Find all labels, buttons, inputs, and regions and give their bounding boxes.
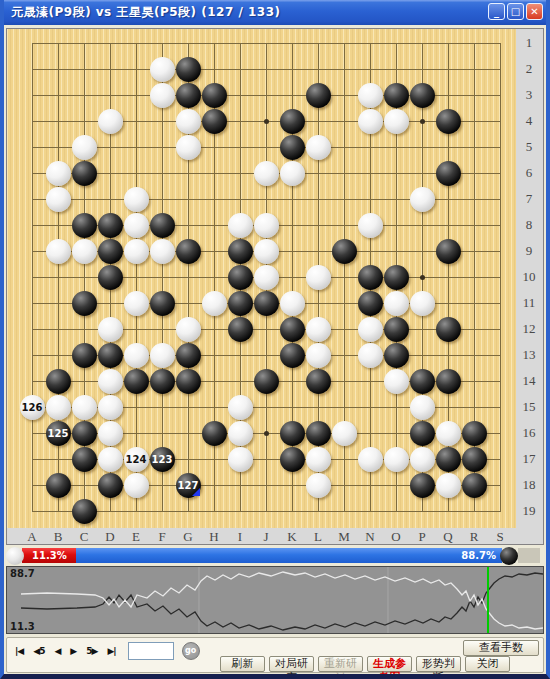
- column-label: P: [412, 529, 432, 545]
- black-stone-P18: [410, 473, 435, 498]
- black-stone-K13: [280, 343, 305, 368]
- column-label: H: [204, 529, 224, 545]
- black-stone-C16: [72, 421, 97, 446]
- winbar-tail: [518, 548, 540, 563]
- row-label: 10: [516, 269, 542, 285]
- white-stone-K11: [280, 291, 305, 316]
- black-winrate-label: 88.7%: [461, 550, 496, 561]
- close-window-button[interactable]: ✕: [526, 3, 543, 20]
- black-stone-L16: [306, 421, 331, 446]
- white-stone-B9: [46, 239, 71, 264]
- board-panel: 126125124123127 123456789101112131415161…: [6, 28, 544, 545]
- black-stone-G13: [176, 343, 201, 368]
- white-stone-C9: [72, 239, 97, 264]
- black-stone-I12: [228, 317, 253, 342]
- column-label: A: [22, 529, 42, 545]
- white-stone-E7: [124, 187, 149, 212]
- column-label: D: [100, 529, 120, 545]
- situation-judge-button[interactable]: 形势判断: [416, 656, 461, 672]
- goban[interactable]: 126125124123127: [7, 29, 516, 528]
- white-stone-B15: [46, 395, 71, 420]
- black-stone-K16: [280, 421, 305, 446]
- white-winrate-label: 11.3%: [32, 550, 67, 561]
- white-stone-H11: [202, 291, 227, 316]
- black-stone-O12: [384, 317, 409, 342]
- white-stone-O4: [384, 109, 409, 134]
- white-stone-I16: [228, 421, 253, 446]
- white-stone-O14: [384, 369, 409, 394]
- white-stone-P17: [410, 447, 435, 472]
- row-label: 5: [516, 139, 542, 155]
- white-stone-J9: [254, 239, 279, 264]
- black-stone-D9: [98, 239, 123, 264]
- row-label: 8: [516, 217, 542, 233]
- column-label: B: [48, 529, 68, 545]
- white-stone-E8: [124, 213, 149, 238]
- white-stone-D12: [98, 317, 123, 342]
- white-stone-N4: [358, 109, 383, 134]
- row-label: 16: [516, 425, 542, 441]
- black-stone-D10: [98, 265, 123, 290]
- app-window: 元晟溱(P9段) vs 王星昊(P5段) (127 / 133) _ □ ✕ 1…: [0, 0, 550, 679]
- white-stone-L5: [306, 135, 331, 160]
- white-stone-G12: [176, 317, 201, 342]
- black-stone-C11: [72, 291, 97, 316]
- white-stone-D15: [98, 395, 123, 420]
- black-stone-B14: [46, 369, 71, 394]
- white-stone-D4: [98, 109, 123, 134]
- star-point: [420, 275, 425, 280]
- column-label: J: [256, 529, 276, 545]
- row-label: 17: [516, 451, 542, 467]
- black-stone-G9: [176, 239, 201, 264]
- black-stone-P14: [410, 369, 435, 394]
- nav-back-button[interactable]: ◀: [52, 645, 62, 657]
- black-stone-B18: [46, 473, 71, 498]
- last-move-marker: [192, 488, 200, 496]
- white-stone-N17: [358, 447, 383, 472]
- grid-v-line: [500, 43, 501, 512]
- black-stone-K17: [280, 447, 305, 472]
- star-point: [264, 119, 269, 124]
- black-stone-I10: [228, 265, 253, 290]
- row-labels: 12345678910111213141516171819: [516, 29, 543, 544]
- black-stone-L14: [306, 369, 331, 394]
- white-stone-E17: 124: [124, 447, 149, 472]
- column-label: O: [386, 529, 406, 545]
- white-stone-L10: [306, 265, 331, 290]
- nav-forward5-button[interactable]: 5▶: [84, 645, 99, 657]
- white-stone-L17: [306, 447, 331, 472]
- black-stone-G3: [176, 83, 201, 108]
- row-label: 19: [516, 503, 542, 519]
- black-stone-H16: [202, 421, 227, 446]
- black-stone-Q4: [436, 109, 461, 134]
- black-stone-D8: [98, 213, 123, 238]
- black-stone-K5: [280, 135, 305, 160]
- star-point: [420, 119, 425, 124]
- window-content: 126125124123127 123456789101112131415161…: [4, 25, 546, 674]
- white-winrate-line: [21, 572, 543, 629]
- nav-back5-button[interactable]: ◀5: [31, 645, 46, 657]
- black-stone-J11: [254, 291, 279, 316]
- white-stone-A15: 126: [20, 395, 45, 420]
- white-stone-C15: [72, 395, 97, 420]
- window-title: 元晟溱(P9段) vs 王星昊(P5段) (127 / 133): [4, 4, 281, 21]
- black-stone-O10: [384, 265, 409, 290]
- black-stone-J14: [254, 369, 279, 394]
- white-stone-F9: [150, 239, 175, 264]
- graph-bottom-label: 11.3: [10, 621, 35, 632]
- row-label: 12: [516, 321, 542, 337]
- refresh-button[interactable]: 刷新: [220, 656, 265, 672]
- black-stone-C17: [72, 447, 97, 472]
- row-label: 6: [516, 165, 542, 181]
- column-label: N: [360, 529, 380, 545]
- title-bar: 元晟溱(P9段) vs 王星昊(P5段) (127 / 133) _ □ ✕: [4, 0, 546, 25]
- white-stone-I15: [228, 395, 253, 420]
- white-stone-N3: [358, 83, 383, 108]
- black-stone-P16: [410, 421, 435, 446]
- game-study-button[interactable]: 对局研究: [269, 656, 314, 672]
- black-stone-C13: [72, 343, 97, 368]
- white-stone-N12: [358, 317, 383, 342]
- black-stone-O13: [384, 343, 409, 368]
- black-stone-N10: [358, 265, 383, 290]
- winrate-graph: 88.7 11.3: [6, 566, 544, 634]
- white-stone-B6: [46, 161, 71, 186]
- white-stone-E18: [124, 473, 149, 498]
- black-stone-N11: [358, 291, 383, 316]
- white-stone-F2: [150, 57, 175, 82]
- white-stone-J10: [254, 265, 279, 290]
- black-winrate-segment: 88.7%: [76, 548, 502, 563]
- row-label: 18: [516, 477, 542, 493]
- column-label: M: [334, 529, 354, 545]
- black-stone-H3: [202, 83, 227, 108]
- white-stone-O17: [384, 447, 409, 472]
- black-stone-D13: [98, 343, 123, 368]
- black-stone-F11: [150, 291, 175, 316]
- black-stone-F8: [150, 213, 175, 238]
- column-label: Q: [438, 529, 458, 545]
- row-label: 2: [516, 61, 542, 77]
- graph-top-label: 88.7: [10, 568, 35, 579]
- row-label: 1: [516, 35, 542, 51]
- column-label: K: [282, 529, 302, 545]
- white-stone-G4: [176, 109, 201, 134]
- white-winrate-segment: 11.3%: [22, 548, 76, 563]
- black-stone-Q9: [436, 239, 461, 264]
- white-stone-O11: [384, 291, 409, 316]
- white-stone-B7: [46, 187, 71, 212]
- view-moves-button[interactable]: 查看手数: [463, 640, 539, 656]
- white-stone-D16: [98, 421, 123, 446]
- column-label: F: [152, 529, 172, 545]
- row-label: 3: [516, 87, 542, 103]
- row-label: 4: [516, 113, 542, 129]
- white-stone-I17: [228, 447, 253, 472]
- column-label: L: [308, 529, 328, 545]
- row-label: 11: [516, 295, 542, 311]
- black-stone-F14: [150, 369, 175, 394]
- maximize-button[interactable]: □: [507, 3, 524, 20]
- close-button[interactable]: 关闭: [465, 656, 510, 672]
- black-stone-B16: 125: [46, 421, 71, 446]
- white-stone-N13: [358, 343, 383, 368]
- black-stone-C6: [72, 161, 97, 186]
- white-stone-F3: [150, 83, 175, 108]
- white-stone-L13: [306, 343, 331, 368]
- black-stone-P3: [410, 83, 435, 108]
- white-stone-M16: [332, 421, 357, 446]
- black-stone-I11: [228, 291, 253, 316]
- white-stone-icon: [6, 547, 24, 565]
- row-label: 15: [516, 399, 542, 415]
- row-label: 14: [516, 373, 542, 389]
- black-winrate-line: [21, 573, 543, 630]
- white-stone-P11: [410, 291, 435, 316]
- black-stone-C19: [72, 499, 97, 524]
- black-stone-R18: [462, 473, 487, 498]
- star-point: [264, 431, 269, 436]
- white-stone-P15: [410, 395, 435, 420]
- black-stone-D18: [98, 473, 123, 498]
- white-stone-J8: [254, 213, 279, 238]
- black-stone-G2: [176, 57, 201, 82]
- column-labels: ABCDEFGHIJKLMNOPQRS: [7, 528, 516, 544]
- row-label: 9: [516, 243, 542, 259]
- black-stone-L3: [306, 83, 331, 108]
- white-stone-Q16: [436, 421, 461, 446]
- column-label: G: [178, 529, 198, 545]
- black-stone-K4: [280, 109, 305, 134]
- row-label: 7: [516, 191, 542, 207]
- black-stone-Q6: [436, 161, 461, 186]
- white-stone-L12: [306, 317, 331, 342]
- generate-reference-button[interactable]: 生成参考图: [367, 656, 412, 672]
- column-label: S: [490, 529, 510, 545]
- white-stone-K6: [280, 161, 305, 186]
- black-stone-E14: [124, 369, 149, 394]
- nav-last-button[interactable]: ▶|: [105, 645, 117, 657]
- white-stone-D17: [98, 447, 123, 472]
- column-label: E: [126, 529, 146, 545]
- black-stone-R16: [462, 421, 487, 446]
- move-number-input[interactable]: [128, 642, 174, 660]
- white-stone-P7: [410, 187, 435, 212]
- white-stone-L18: [306, 473, 331, 498]
- white-stone-E11: [124, 291, 149, 316]
- black-stone-H4: [202, 109, 227, 134]
- black-stone-O3: [384, 83, 409, 108]
- black-stone-R17: [462, 447, 487, 472]
- row-label: 13: [516, 347, 542, 363]
- white-stone-D14: [98, 369, 123, 394]
- black-stone-icon: [500, 547, 518, 565]
- white-stone-Q18: [436, 473, 461, 498]
- white-stone-E9: [124, 239, 149, 264]
- column-label: R: [464, 529, 484, 545]
- white-stone-G5: [176, 135, 201, 160]
- white-stone-C5: [72, 135, 97, 160]
- black-stone-C8: [72, 213, 97, 238]
- nav-forward-button[interactable]: ▶: [68, 645, 78, 657]
- black-stone-Q17: [436, 447, 461, 472]
- nav-first-button[interactable]: |◀: [13, 645, 25, 657]
- white-stone-J6: [254, 161, 279, 186]
- go-button[interactable]: go: [182, 642, 200, 660]
- grid-h-line: [32, 511, 501, 512]
- toolbar: |◀◀5◀▶5▶▶| go 查看手数 刷新对局研究重新研讨生成参考图形势判断关闭: [6, 637, 544, 673]
- winrate-bar: 11.3% 88.7%: [6, 547, 544, 564]
- minimize-button[interactable]: _: [488, 3, 505, 20]
- white-stone-N8: [358, 213, 383, 238]
- white-stone-F13: [150, 343, 175, 368]
- white-stone-I8: [228, 213, 253, 238]
- black-stone-G14: [176, 369, 201, 394]
- black-stone-F17: 123: [150, 447, 175, 472]
- white-stone-E13: [124, 343, 149, 368]
- black-stone-Q14: [436, 369, 461, 394]
- black-stone-K12: [280, 317, 305, 342]
- restudy-button: 重新研讨: [318, 656, 363, 672]
- black-stone-I9: [228, 239, 253, 264]
- black-stone-M9: [332, 239, 357, 264]
- column-label: C: [74, 529, 94, 545]
- column-label: I: [230, 529, 250, 545]
- black-stone-Q12: [436, 317, 461, 342]
